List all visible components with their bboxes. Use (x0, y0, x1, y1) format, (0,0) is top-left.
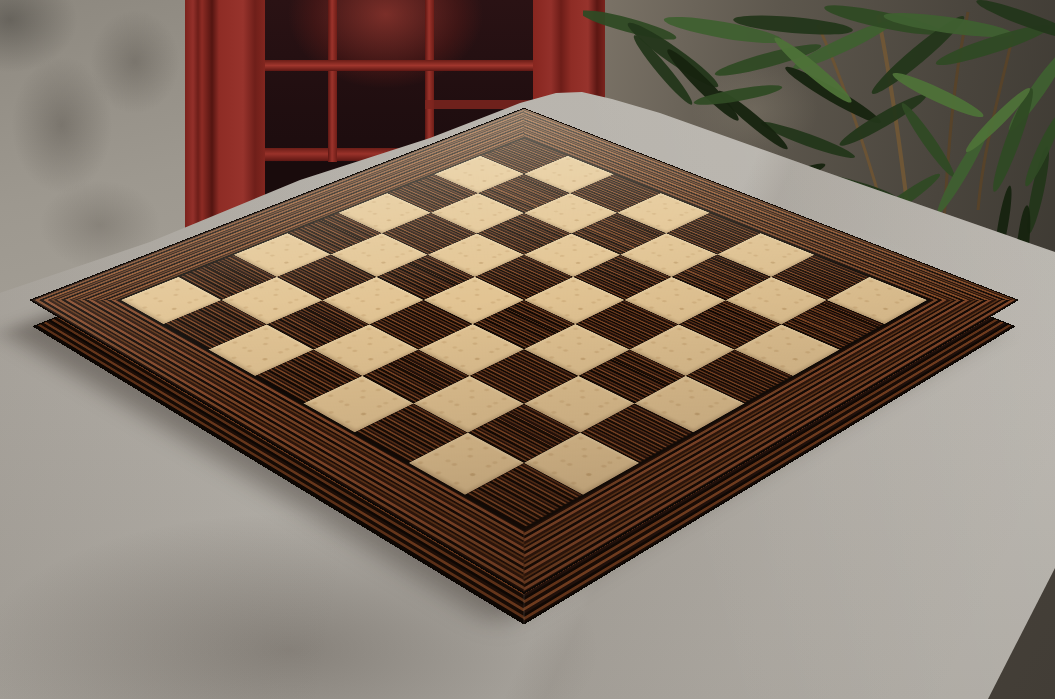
playing-field (117, 137, 932, 531)
plant-stem (943, 12, 968, 240)
chess-board (174, 0, 874, 650)
board-top-surface (29, 108, 1019, 594)
chessboard-photo-scene (0, 0, 1055, 699)
